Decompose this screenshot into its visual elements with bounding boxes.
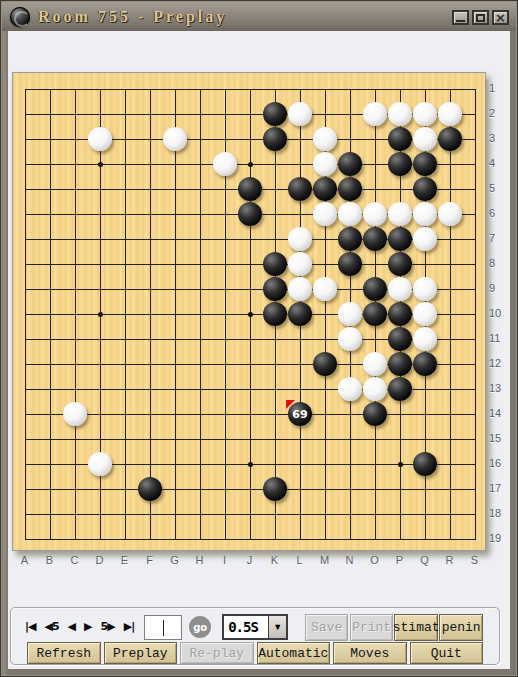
stone-white (438, 102, 462, 126)
row-label: 4 (489, 155, 507, 171)
stone-white (413, 202, 437, 226)
delay-value: 0.5S (224, 619, 268, 635)
nav-controls: |◀◀5◀▶5▶▶| (25, 620, 134, 634)
nav-first-button[interactable]: |◀ (25, 620, 35, 634)
stone-white (413, 277, 437, 301)
column-label: C (62, 554, 87, 566)
row-label: 17 (489, 480, 507, 496)
minimize-icon (456, 20, 465, 22)
row-labels: 12345678910111213141516171819 (489, 72, 507, 551)
stone-black (338, 152, 362, 176)
star-point (98, 312, 103, 317)
column-label: P (387, 554, 412, 566)
star-point (98, 162, 103, 167)
column-label: Q (412, 554, 437, 566)
stone-white (363, 352, 387, 376)
stone-black (388, 152, 412, 176)
automatic-button[interactable]: Automatic (257, 642, 331, 664)
title-bar: Room 755 - Preplay × (2, 2, 516, 31)
stone-black (388, 302, 412, 326)
board-grid[interactable]: 69 (25, 89, 476, 540)
column-label: R (437, 554, 462, 566)
app-icon (10, 7, 30, 27)
stone-black (138, 477, 162, 501)
row-label: 11 (489, 330, 507, 346)
maximize-icon (476, 14, 485, 22)
stone-white (338, 202, 362, 226)
stone-white (313, 127, 337, 151)
go-board: 69 (12, 72, 486, 551)
column-label: O (362, 554, 387, 566)
stone-black (388, 127, 412, 151)
stone-white (288, 227, 312, 251)
replay-button: Re-play (180, 642, 254, 664)
stone-white (388, 202, 412, 226)
stone-black (388, 327, 412, 351)
column-label: I (212, 554, 237, 566)
stone-black (363, 277, 387, 301)
preplay-button[interactable]: Preplay (104, 642, 178, 664)
stone-black (413, 452, 437, 476)
column-label: S (462, 554, 487, 566)
stone-white (213, 152, 237, 176)
column-label: F (137, 554, 162, 566)
nav-forward-button[interactable]: ▶ (84, 620, 91, 634)
column-label: K (262, 554, 287, 566)
stone-black (263, 252, 287, 276)
window-title: Room 755 - Preplay (38, 8, 227, 26)
column-label: G (162, 554, 187, 566)
stone-black (288, 177, 312, 201)
stone-black (413, 352, 437, 376)
stone-white (388, 102, 412, 126)
star-point (248, 462, 253, 467)
stone-black (238, 202, 262, 226)
row-label: 7 (489, 230, 507, 246)
row-label: 8 (489, 255, 507, 271)
stone-white (338, 302, 362, 326)
stone-white (313, 152, 337, 176)
column-labels: ABCDEFGHIJKLMNOPQRS (12, 554, 486, 568)
stone-black (438, 127, 462, 151)
column-label: A (12, 554, 37, 566)
close-button[interactable]: × (492, 10, 509, 25)
row-label: 9 (489, 280, 507, 296)
stone-white (88, 452, 112, 476)
stone-black (263, 102, 287, 126)
column-label: D (87, 554, 112, 566)
opening-button[interactable]: penin (439, 614, 483, 641)
stone-white (163, 127, 187, 151)
star-point (248, 312, 253, 317)
control-panel: |◀◀5◀▶5▶▶| go 0.5S ▼ Save Print stimat p… (10, 607, 500, 665)
stone-white (288, 252, 312, 276)
dropdown-arrow-icon[interactable]: ▼ (268, 616, 286, 638)
stone-black (388, 377, 412, 401)
stone-black (338, 227, 362, 251)
stone-black (288, 302, 312, 326)
stone-black (338, 177, 362, 201)
move-number-input[interactable] (144, 615, 182, 640)
estimate-button[interactable]: stimat (394, 614, 438, 641)
go-button[interactable]: go (189, 616, 211, 638)
row-label: 18 (489, 505, 507, 521)
stone-black (388, 227, 412, 251)
maximize-button[interactable] (472, 10, 489, 25)
text-caret (163, 620, 164, 636)
quit-button[interactable]: Quit (410, 642, 484, 664)
nav-back-button[interactable]: ◀ (68, 620, 75, 634)
stone-white (288, 102, 312, 126)
row-label: 6 (489, 205, 507, 221)
nav-last-button[interactable]: ▶| (124, 620, 134, 634)
stone-black (363, 402, 387, 426)
stone-black (313, 177, 337, 201)
column-label: N (337, 554, 362, 566)
stone-black (313, 352, 337, 376)
stone-white (438, 202, 462, 226)
stone-white (363, 102, 387, 126)
stone-white (413, 102, 437, 126)
stone-white (313, 277, 337, 301)
stone-black (388, 252, 412, 276)
stone-white (413, 227, 437, 251)
stone-black (363, 302, 387, 326)
column-label: J (237, 554, 262, 566)
column-label: M (312, 554, 337, 566)
row-label: 16 (489, 455, 507, 471)
stone-white (363, 202, 387, 226)
row-label: 19 (489, 530, 507, 546)
move-number-label: 69 (288, 402, 312, 426)
row-label: 3 (489, 130, 507, 146)
stone-black (263, 127, 287, 151)
stone-black (338, 252, 362, 276)
stone-white (363, 377, 387, 401)
row-label: 2 (489, 105, 507, 121)
stone-white (288, 277, 312, 301)
stone-white (63, 402, 87, 426)
nav-forward5-button[interactable]: 5▶ (101, 620, 115, 634)
stone-white (413, 327, 437, 351)
minimize-button[interactable] (452, 10, 469, 25)
refresh-button[interactable]: Refresh (27, 642, 101, 664)
row-label: 13 (489, 380, 507, 396)
stone-black (413, 152, 437, 176)
stone-white (88, 127, 112, 151)
row-label: 5 (489, 180, 507, 196)
stone-black: 69 (288, 402, 312, 426)
stone-black (238, 177, 262, 201)
row-label: 15 (489, 430, 507, 446)
star-point (398, 462, 403, 467)
stone-white (338, 327, 362, 351)
column-label: B (37, 554, 62, 566)
row-label: 12 (489, 355, 507, 371)
column-label: H (187, 554, 212, 566)
moves-button[interactable]: Moves (333, 642, 407, 664)
stone-white (313, 202, 337, 226)
stone-white (413, 302, 437, 326)
application-window: Room 755 - Preplay × 69 ABCDEFGHIJKLMNOP… (0, 0, 518, 677)
column-label: E (112, 554, 137, 566)
stone-black (263, 302, 287, 326)
column-label: L (287, 554, 312, 566)
delay-select[interactable]: 0.5S ▼ (222, 614, 288, 640)
row-label: 10 (489, 305, 507, 321)
stone-black (388, 352, 412, 376)
row-label: 1 (489, 80, 507, 96)
stone-white (388, 277, 412, 301)
stone-white (413, 127, 437, 151)
star-point (248, 162, 253, 167)
stone-black (413, 177, 437, 201)
nav-back5-button[interactable]: ◀5 (44, 620, 58, 634)
save-button: Save (305, 614, 348, 641)
stone-white (338, 377, 362, 401)
stone-black (263, 477, 287, 501)
close-icon: × (495, 12, 506, 23)
row-label: 14 (489, 405, 507, 421)
stone-black (263, 277, 287, 301)
stone-black (363, 227, 387, 251)
content-area: 69 ABCDEFGHIJKLMNOPQRS 12345678910111213… (8, 31, 510, 669)
print-button: Print (350, 614, 393, 641)
